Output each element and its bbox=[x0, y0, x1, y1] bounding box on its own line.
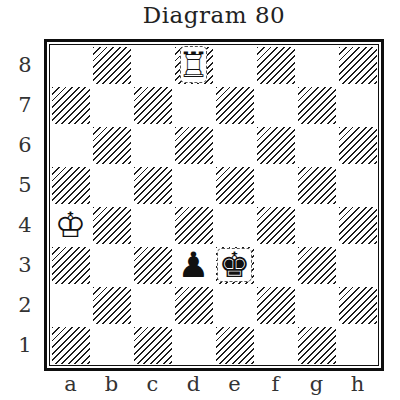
square-g5 bbox=[296, 165, 337, 205]
square-b6 bbox=[91, 125, 132, 165]
square-f2 bbox=[255, 285, 296, 325]
square-d6 bbox=[173, 125, 214, 165]
square-a6 bbox=[50, 125, 91, 165]
file-label-e: e bbox=[214, 373, 255, 395]
square-a3 bbox=[50, 245, 91, 285]
square-f6 bbox=[255, 125, 296, 165]
rank-label-7: 7 bbox=[12, 85, 38, 125]
square-b8 bbox=[91, 45, 132, 85]
square-h4 bbox=[337, 205, 378, 245]
square-a5 bbox=[50, 165, 91, 205]
square-e6 bbox=[214, 125, 255, 165]
square-d2 bbox=[173, 285, 214, 325]
square-f8 bbox=[255, 45, 296, 85]
square-d4 bbox=[173, 205, 214, 245]
rank-label-3: 3 bbox=[12, 245, 38, 285]
square-e8 bbox=[214, 45, 255, 85]
square-h8 bbox=[337, 45, 378, 85]
square-f1 bbox=[255, 325, 296, 365]
square-a7 bbox=[50, 85, 91, 125]
square-e3: ♚ bbox=[214, 245, 255, 285]
rank-label-4: 4 bbox=[12, 205, 38, 245]
square-c8 bbox=[132, 45, 173, 85]
square-g7 bbox=[296, 85, 337, 125]
square-c2 bbox=[132, 285, 173, 325]
square-a8 bbox=[50, 45, 91, 85]
black-pawn-d3: ♟ bbox=[178, 245, 209, 285]
square-c1 bbox=[132, 325, 173, 365]
black-king-e3: ♚ bbox=[219, 245, 250, 285]
square-f5 bbox=[255, 165, 296, 205]
square-g3 bbox=[296, 245, 337, 285]
rank-label-5: 5 bbox=[12, 165, 38, 205]
square-c6 bbox=[132, 125, 173, 165]
rank-label-6: 6 bbox=[12, 125, 38, 165]
square-d1 bbox=[173, 325, 214, 365]
square-b7 bbox=[91, 85, 132, 125]
square-g6 bbox=[296, 125, 337, 165]
square-f4 bbox=[255, 205, 296, 245]
square-a2 bbox=[50, 285, 91, 325]
chess-board: ♖♔♟♚ bbox=[49, 44, 379, 366]
square-d3: ♟ bbox=[173, 245, 214, 285]
square-h2 bbox=[337, 285, 378, 325]
file-label-g: g bbox=[296, 373, 337, 395]
square-h1 bbox=[337, 325, 378, 365]
rank-label-2: 2 bbox=[12, 285, 38, 325]
white-king-a4: ♔ bbox=[55, 205, 86, 245]
square-d7 bbox=[173, 85, 214, 125]
file-label-c: c bbox=[132, 373, 173, 395]
square-b3 bbox=[91, 245, 132, 285]
square-h7 bbox=[337, 85, 378, 125]
chess-board-frame: ♖♔♟♚ bbox=[44, 39, 384, 371]
file-label-a: a bbox=[50, 373, 91, 395]
square-g8 bbox=[296, 45, 337, 85]
chess-diagram-page: Diagram 80 ♖♔♟♚ 87654321 abcdefgh bbox=[0, 0, 400, 400]
square-a4: ♔ bbox=[50, 205, 91, 245]
square-h3 bbox=[337, 245, 378, 285]
square-g2 bbox=[296, 285, 337, 325]
square-b1 bbox=[91, 325, 132, 365]
square-h5 bbox=[337, 165, 378, 205]
square-c4 bbox=[132, 205, 173, 245]
square-h6 bbox=[337, 125, 378, 165]
square-c5 bbox=[132, 165, 173, 205]
square-f7 bbox=[255, 85, 296, 125]
diagram-title: Diagram 80 bbox=[44, 2, 384, 28]
square-e7 bbox=[214, 85, 255, 125]
white-rook-d8: ♖ bbox=[178, 45, 209, 85]
square-e1 bbox=[214, 325, 255, 365]
square-g1 bbox=[296, 325, 337, 365]
file-label-f: f bbox=[255, 373, 296, 395]
file-label-b: b bbox=[91, 373, 132, 395]
rank-label-1: 1 bbox=[12, 325, 38, 365]
square-f3 bbox=[255, 245, 296, 285]
square-b4 bbox=[91, 205, 132, 245]
square-e4 bbox=[214, 205, 255, 245]
square-e2 bbox=[214, 285, 255, 325]
square-b2 bbox=[91, 285, 132, 325]
square-g4 bbox=[296, 205, 337, 245]
square-d8: ♖ bbox=[173, 45, 214, 85]
square-d5 bbox=[173, 165, 214, 205]
square-e5 bbox=[214, 165, 255, 205]
square-a1 bbox=[50, 325, 91, 365]
file-label-h: h bbox=[337, 373, 378, 395]
rank-label-8: 8 bbox=[12, 45, 38, 85]
square-c3 bbox=[132, 245, 173, 285]
square-b5 bbox=[91, 165, 132, 205]
square-c7 bbox=[132, 85, 173, 125]
file-label-d: d bbox=[173, 373, 214, 395]
